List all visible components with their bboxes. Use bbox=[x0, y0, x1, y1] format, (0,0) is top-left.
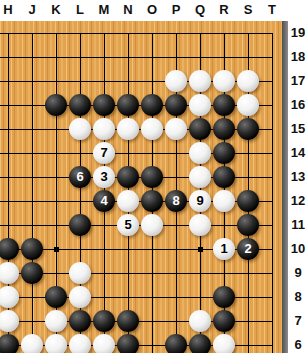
stone-white bbox=[117, 190, 139, 212]
stone-white bbox=[237, 94, 259, 116]
stone-black bbox=[93, 310, 115, 332]
column-label: L bbox=[70, 1, 90, 19]
move-number: 6 bbox=[76, 169, 83, 184]
stone-white bbox=[165, 118, 187, 140]
stone-black: 4 bbox=[93, 190, 115, 212]
row-label: 19 bbox=[288, 25, 308, 41]
stone-black: 6 bbox=[69, 166, 91, 188]
stone-white bbox=[93, 118, 115, 140]
stone-white bbox=[0, 262, 19, 284]
stone-black bbox=[0, 334, 19, 353]
stone-white: 5 bbox=[117, 214, 139, 236]
stone-black bbox=[237, 190, 259, 212]
grid-line bbox=[0, 33, 273, 34]
stone-white bbox=[69, 334, 91, 353]
stone-white bbox=[213, 190, 235, 212]
column-label: Q bbox=[190, 1, 210, 19]
stone-white bbox=[189, 310, 211, 332]
stone-black bbox=[213, 166, 235, 188]
column-label: T bbox=[262, 1, 282, 19]
stone-black bbox=[141, 94, 163, 116]
row-label: 6 bbox=[288, 337, 308, 353]
stone-black bbox=[117, 334, 139, 353]
stone-white bbox=[0, 286, 19, 308]
stone-white bbox=[141, 118, 163, 140]
stone-white bbox=[141, 214, 163, 236]
column-label: S bbox=[238, 1, 258, 19]
stone-black bbox=[213, 286, 235, 308]
stone-black bbox=[165, 334, 187, 353]
stone-white: 7 bbox=[93, 142, 115, 164]
stone-white bbox=[45, 334, 67, 353]
stone-black bbox=[21, 262, 43, 284]
stone-white: 1 bbox=[213, 238, 235, 260]
go-board-viewer: HJKLMNOPQRST 763489512 19181716151413121… bbox=[0, 0, 308, 353]
grid-line bbox=[32, 33, 33, 353]
stone-white bbox=[237, 70, 259, 92]
stone-black bbox=[213, 94, 235, 116]
stone-black bbox=[21, 238, 43, 260]
stone-black bbox=[45, 94, 67, 116]
stone-black bbox=[237, 214, 259, 236]
column-label: P bbox=[166, 1, 186, 19]
column-label: H bbox=[0, 1, 18, 19]
column-label: O bbox=[142, 1, 162, 19]
row-label: 12 bbox=[288, 193, 308, 209]
move-number: 3 bbox=[100, 169, 107, 184]
row-label: 16 bbox=[288, 97, 308, 113]
grid-line bbox=[0, 57, 273, 58]
grid-line bbox=[272, 33, 273, 353]
column-label: K bbox=[46, 1, 66, 19]
row-label: 18 bbox=[288, 49, 308, 65]
stone-white bbox=[189, 142, 211, 164]
stone-black bbox=[141, 166, 163, 188]
stone-white bbox=[165, 70, 187, 92]
row-label: 14 bbox=[288, 145, 308, 161]
stone-black bbox=[189, 118, 211, 140]
stone-black bbox=[117, 166, 139, 188]
move-number: 9 bbox=[196, 193, 203, 208]
move-number: 4 bbox=[100, 193, 107, 208]
stone-black bbox=[69, 94, 91, 116]
stone-black bbox=[117, 310, 139, 332]
stone-white bbox=[213, 70, 235, 92]
stone-white bbox=[189, 166, 211, 188]
row-label: 11 bbox=[288, 217, 308, 233]
stone-black bbox=[117, 94, 139, 116]
stone-black: 8 bbox=[165, 190, 187, 212]
stone-white bbox=[189, 214, 211, 236]
stone-white bbox=[213, 334, 235, 353]
row-label: 10 bbox=[288, 241, 308, 257]
move-number: 8 bbox=[172, 193, 179, 208]
row-label: 9 bbox=[288, 265, 308, 281]
row-label: 15 bbox=[288, 121, 308, 137]
stone-black bbox=[189, 334, 211, 353]
star-point bbox=[198, 247, 203, 252]
stone-white bbox=[93, 334, 115, 353]
stone-black bbox=[69, 214, 91, 236]
stone-black bbox=[69, 310, 91, 332]
stone-white bbox=[189, 70, 211, 92]
column-label: N bbox=[118, 1, 138, 19]
column-label: M bbox=[94, 1, 114, 19]
move-number: 2 bbox=[244, 241, 251, 256]
stone-black bbox=[237, 118, 259, 140]
star-point bbox=[54, 247, 59, 252]
stone-black bbox=[213, 118, 235, 140]
move-number: 1 bbox=[220, 241, 227, 256]
stone-white bbox=[0, 310, 19, 332]
go-board[interactable]: 763489512 bbox=[0, 21, 282, 353]
stone-black bbox=[141, 190, 163, 212]
row-label: 8 bbox=[288, 289, 308, 305]
stone-white bbox=[69, 286, 91, 308]
column-label: J bbox=[22, 1, 42, 19]
stone-white bbox=[45, 310, 67, 332]
stone-black bbox=[0, 238, 19, 260]
move-number: 7 bbox=[100, 145, 107, 160]
stone-black bbox=[45, 286, 67, 308]
stone-white bbox=[189, 94, 211, 116]
stone-black: 2 bbox=[237, 238, 259, 260]
stone-white bbox=[21, 334, 43, 353]
row-label: 17 bbox=[288, 73, 308, 89]
stone-black bbox=[213, 142, 235, 164]
move-number: 5 bbox=[124, 217, 131, 232]
stone-black bbox=[213, 310, 235, 332]
stone-white bbox=[117, 118, 139, 140]
stone-white: 9 bbox=[189, 190, 211, 212]
row-label: 7 bbox=[288, 313, 308, 329]
row-label: 13 bbox=[288, 169, 308, 185]
stone-white bbox=[69, 262, 91, 284]
stone-white: 3 bbox=[93, 166, 115, 188]
column-label: R bbox=[214, 1, 234, 19]
stone-white bbox=[69, 118, 91, 140]
stone-black bbox=[93, 94, 115, 116]
stone-black bbox=[165, 94, 187, 116]
